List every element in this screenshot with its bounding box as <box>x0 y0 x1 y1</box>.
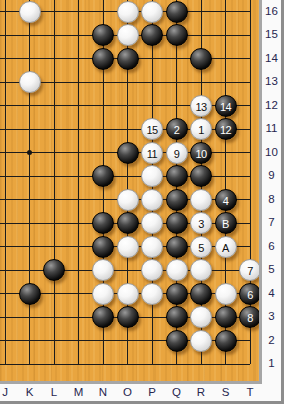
intersection-O8[interactable] <box>115 188 140 212</box>
column-label-K: K <box>17 386 42 398</box>
black-stone-N14 <box>92 48 114 70</box>
intersection-P5[interactable] <box>140 259 165 283</box>
intersection-K4[interactable] <box>17 282 42 306</box>
intersection-L16[interactable] <box>42 0 67 24</box>
intersection-Q7[interactable] <box>164 212 189 236</box>
black-stone-Q6 <box>166 236 188 258</box>
intersection-Q2[interactable] <box>164 329 189 353</box>
white-stone-O16 <box>117 1 139 23</box>
white-stone-P9 <box>141 165 163 187</box>
intersection-T16[interactable] <box>238 0 259 24</box>
intersection-Q3[interactable] <box>164 306 189 330</box>
intersection-K6[interactable] <box>17 235 42 259</box>
intersection-O9[interactable] <box>115 165 140 189</box>
black-stone-T3-move-8: 8 <box>239 306 259 328</box>
intersection-J12[interactable] <box>0 94 17 118</box>
intersection-R7[interactable]: 3 <box>189 212 214 236</box>
intersection-N9[interactable] <box>91 165 116 189</box>
black-stone-S2 <box>215 330 237 352</box>
intersection-O1[interactable] <box>115 353 140 377</box>
white-stone-R12-move-13: 13 <box>190 95 212 117</box>
intersection-T4[interactable]: 6 <box>238 282 259 306</box>
column-label-S: S <box>213 386 238 398</box>
intersection-O3[interactable] <box>115 306 140 330</box>
intersection-T14[interactable] <box>238 47 259 71</box>
intersection-N6[interactable] <box>91 235 116 259</box>
row-label-14: 14 <box>262 52 281 64</box>
black-stone-Q16 <box>166 1 188 23</box>
white-stone-R5 <box>190 259 212 281</box>
white-stone-T5-move-7: 7 <box>239 259 259 281</box>
intersection-J6[interactable] <box>0 235 17 259</box>
intersection-R6[interactable]: 5 <box>189 235 214 259</box>
white-stone-P5 <box>141 259 163 281</box>
intersection-K14[interactable] <box>17 47 42 71</box>
intersection-Q4[interactable] <box>164 282 189 306</box>
black-stone-P15 <box>141 24 163 46</box>
intersection-R15[interactable] <box>189 24 214 48</box>
intersection-R14[interactable] <box>189 47 214 71</box>
intersection-T3[interactable]: 8 <box>238 306 259 330</box>
intersection-R3[interactable] <box>189 306 214 330</box>
intersection-N7[interactable] <box>91 212 116 236</box>
intersection-S10[interactable] <box>213 141 238 165</box>
black-stone-Q3 <box>166 306 188 328</box>
intersection-R13[interactable] <box>189 71 214 95</box>
intersection-T13[interactable] <box>238 71 259 95</box>
intersection-J7[interactable] <box>0 212 17 236</box>
intersection-N4[interactable] <box>91 282 116 306</box>
intersection-M14[interactable] <box>66 47 91 71</box>
black-stone-R10-move-10: 10 <box>190 142 212 164</box>
black-stone-S3 <box>215 306 237 328</box>
intersection-K8[interactable] <box>17 188 42 212</box>
intersection-S1[interactable] <box>213 353 238 377</box>
intersection-M13[interactable] <box>66 71 91 95</box>
intersection-S5[interactable] <box>213 259 238 283</box>
intersection-J4[interactable] <box>0 282 17 306</box>
black-stone-Q8 <box>166 189 188 211</box>
intersection-K13[interactable] <box>17 71 42 95</box>
column-label-J: J <box>0 386 17 398</box>
intersection-Q5[interactable] <box>164 259 189 283</box>
intersection-M7[interactable] <box>66 212 91 236</box>
intersection-N11[interactable] <box>91 118 116 142</box>
black-stone-O14 <box>117 48 139 70</box>
intersection-K9[interactable] <box>17 165 42 189</box>
column-label-T: T <box>238 386 263 398</box>
intersection-R12[interactable]: 13 <box>189 94 214 118</box>
board-grid: 13141521121191043B5A768 <box>0 0 259 376</box>
black-stone-O10 <box>117 142 139 164</box>
intersection-K2[interactable] <box>17 329 42 353</box>
intersection-J15[interactable] <box>0 24 17 48</box>
intersection-R5[interactable] <box>189 259 214 283</box>
row-label-6: 6 <box>262 240 281 252</box>
intersection-S2[interactable] <box>213 329 238 353</box>
intersection-J14[interactable] <box>0 47 17 71</box>
intersection-M2[interactable] <box>66 329 91 353</box>
intersection-Q10[interactable]: 9 <box>164 141 189 165</box>
white-stone-K13 <box>19 71 41 93</box>
column-label-M: M <box>66 386 91 398</box>
white-stone-N5 <box>92 259 114 281</box>
intersection-M9[interactable] <box>66 165 91 189</box>
intersection-T9[interactable] <box>238 165 259 189</box>
intersection-S8[interactable]: 4 <box>213 188 238 212</box>
intersection-L8[interactable] <box>42 188 67 212</box>
intersection-O15[interactable] <box>115 24 140 48</box>
intersection-N13[interactable] <box>91 71 116 95</box>
white-stone-R6-move-5: 5 <box>190 236 212 258</box>
intersection-P10[interactable]: 11 <box>140 141 165 165</box>
intersection-Q16[interactable] <box>164 0 189 24</box>
row-coordinate-labels: 16151413121110987654321 <box>262 0 281 404</box>
intersection-J13[interactable] <box>0 71 17 95</box>
intersection-S3[interactable] <box>213 306 238 330</box>
intersection-J8[interactable] <box>0 188 17 212</box>
column-label-P: P <box>140 386 165 398</box>
white-stone-O4 <box>117 283 139 305</box>
row-label-2: 2 <box>262 334 281 346</box>
column-coordinate-labels: JKLMNOPQRST <box>0 384 284 401</box>
intersection-R9[interactable] <box>189 165 214 189</box>
white-stone-S6-move-A: A <box>215 236 237 258</box>
intersection-M8[interactable] <box>66 188 91 212</box>
black-stone-N7 <box>92 212 114 234</box>
intersection-T12[interactable] <box>238 94 259 118</box>
row-label-5: 5 <box>262 263 281 275</box>
intersection-S4[interactable] <box>213 282 238 306</box>
black-stone-S12-move-14: 14 <box>215 95 237 117</box>
white-stone-K16 <box>19 1 41 23</box>
intersection-M12[interactable] <box>66 94 91 118</box>
intersection-L9[interactable] <box>42 165 67 189</box>
black-stone-T4-move-6: 6 <box>239 283 259 305</box>
white-stone-O6 <box>117 236 139 258</box>
row-label-15: 15 <box>262 28 281 40</box>
intersection-N3[interactable] <box>91 306 116 330</box>
intersection-S6[interactable]: A <box>213 235 238 259</box>
intersection-Q15[interactable] <box>164 24 189 48</box>
intersection-O6[interactable] <box>115 235 140 259</box>
row-label-9: 9 <box>262 169 281 181</box>
white-stone-P4 <box>141 283 163 305</box>
intersection-O7[interactable] <box>115 212 140 236</box>
row-label-7: 7 <box>262 216 281 228</box>
go-diagram-page: 13141521121191043B5A768 1615141312111098… <box>0 0 284 404</box>
intersection-P8[interactable] <box>140 188 165 212</box>
white-stone-P16 <box>141 1 163 23</box>
intersection-P12[interactable] <box>140 94 165 118</box>
row-label-10: 10 <box>262 146 281 158</box>
intersection-L6[interactable] <box>42 235 67 259</box>
intersection-J16[interactable] <box>0 0 17 24</box>
intersection-P9[interactable] <box>140 165 165 189</box>
black-stone-Q9 <box>166 165 188 187</box>
intersection-K16[interactable] <box>17 0 42 24</box>
intersection-Q6[interactable] <box>164 235 189 259</box>
black-stone-R4 <box>190 283 212 305</box>
intersection-P16[interactable] <box>140 0 165 24</box>
column-label-R: R <box>189 386 214 398</box>
column-label-Q: Q <box>164 386 189 398</box>
column-label-O: O <box>115 386 140 398</box>
intersection-S12[interactable]: 14 <box>213 94 238 118</box>
intersection-S9[interactable] <box>213 165 238 189</box>
intersection-L14[interactable] <box>42 47 67 71</box>
intersection-P3[interactable] <box>140 306 165 330</box>
intersection-J9[interactable] <box>0 165 17 189</box>
intersection-L15[interactable] <box>42 24 67 48</box>
intersection-J10[interactable] <box>0 141 17 165</box>
go-board: 13141521121191043B5A768 <box>0 0 259 381</box>
intersection-Q1[interactable] <box>164 353 189 377</box>
black-stone-O7 <box>117 212 139 234</box>
intersection-N12[interactable] <box>91 94 116 118</box>
row-label-12: 12 <box>262 99 281 111</box>
intersection-O5[interactable] <box>115 259 140 283</box>
row-label-8: 8 <box>262 193 281 205</box>
intersection-M1[interactable] <box>66 353 91 377</box>
column-label-N: N <box>91 386 116 398</box>
intersection-N14[interactable] <box>91 47 116 71</box>
intersection-L2[interactable] <box>42 329 67 353</box>
intersection-O2[interactable] <box>115 329 140 353</box>
intersection-L11[interactable] <box>42 118 67 142</box>
star-point-K10 <box>27 150 32 155</box>
black-stone-S7-move-B: B <box>215 212 237 234</box>
intersection-N10[interactable] <box>91 141 116 165</box>
intersection-T8[interactable] <box>238 188 259 212</box>
white-stone-P10-move-11: 11 <box>141 142 163 164</box>
black-stone-R14 <box>190 48 212 70</box>
intersection-J11[interactable] <box>0 118 17 142</box>
intersection-Q14[interactable] <box>164 47 189 71</box>
intersection-J1[interactable] <box>0 353 17 377</box>
intersection-L13[interactable] <box>42 71 67 95</box>
intersection-R1[interactable] <box>189 353 214 377</box>
white-stone-O15 <box>117 24 139 46</box>
intersection-K12[interactable] <box>17 94 42 118</box>
intersection-M5[interactable] <box>66 259 91 283</box>
black-stone-L5 <box>43 259 65 281</box>
intersection-O13[interactable] <box>115 71 140 95</box>
intersection-N1[interactable] <box>91 353 116 377</box>
intersection-Q8[interactable] <box>164 188 189 212</box>
white-stone-P11-move-15: 15 <box>141 118 163 140</box>
intersection-L7[interactable] <box>42 212 67 236</box>
intersection-M16[interactable] <box>66 0 91 24</box>
black-stone-N15 <box>92 24 114 46</box>
intersection-J2[interactable] <box>0 329 17 353</box>
intersection-O10[interactable] <box>115 141 140 165</box>
intersection-M6[interactable] <box>66 235 91 259</box>
row-label-3: 3 <box>262 310 281 322</box>
intersection-T1[interactable] <box>238 353 259 377</box>
white-stone-P7 <box>141 212 163 234</box>
intersection-R4[interactable] <box>189 282 214 306</box>
black-stone-Q15 <box>166 24 188 46</box>
intersection-L5[interactable] <box>42 259 67 283</box>
intersection-J3[interactable] <box>0 306 17 330</box>
intersection-K11[interactable] <box>17 118 42 142</box>
intersection-T7[interactable] <box>238 212 259 236</box>
white-stone-N4 <box>92 283 114 305</box>
black-stone-N9 <box>92 165 114 187</box>
intersection-S14[interactable] <box>213 47 238 71</box>
black-stone-R9 <box>190 165 212 187</box>
black-stone-Q2 <box>166 330 188 352</box>
intersection-T5[interactable]: 7 <box>238 259 259 283</box>
intersection-R8[interactable] <box>189 188 214 212</box>
intersection-R16[interactable] <box>189 0 214 24</box>
white-stone-R8 <box>190 189 212 211</box>
intersection-T15[interactable] <box>238 24 259 48</box>
intersection-O11[interactable] <box>115 118 140 142</box>
intersection-S13[interactable] <box>213 71 238 95</box>
intersection-Q12[interactable] <box>164 94 189 118</box>
intersection-M11[interactable] <box>66 118 91 142</box>
intersection-P15[interactable] <box>140 24 165 48</box>
intersection-L10[interactable] <box>42 141 67 165</box>
intersection-K10[interactable] <box>17 141 42 165</box>
intersection-N2[interactable] <box>91 329 116 353</box>
white-stone-Q10-move-9: 9 <box>166 142 188 164</box>
intersection-T11[interactable] <box>238 118 259 142</box>
intersection-Q9[interactable] <box>164 165 189 189</box>
intersection-N16[interactable] <box>91 0 116 24</box>
intersection-P11[interactable]: 15 <box>140 118 165 142</box>
intersection-T10[interactable] <box>238 141 259 165</box>
column-label-L: L <box>42 386 67 398</box>
row-label-4: 4 <box>262 287 281 299</box>
intersection-M10[interactable] <box>66 141 91 165</box>
intersection-P14[interactable] <box>140 47 165 71</box>
intersection-P2[interactable] <box>140 329 165 353</box>
row-label-16: 16 <box>262 5 281 17</box>
intersection-O12[interactable] <box>115 94 140 118</box>
intersection-O14[interactable] <box>115 47 140 71</box>
intersection-S7[interactable]: B <box>213 212 238 236</box>
intersection-P13[interactable] <box>140 71 165 95</box>
black-stone-S11-move-12: 12 <box>215 118 237 140</box>
white-stone-S4 <box>215 283 237 305</box>
white-stone-R2 <box>190 330 212 352</box>
intersection-S16[interactable] <box>213 0 238 24</box>
intersection-P7[interactable] <box>140 212 165 236</box>
white-stone-R3 <box>190 306 212 328</box>
white-stone-R7-move-3: 3 <box>190 212 212 234</box>
intersection-R2[interactable] <box>189 329 214 353</box>
intersection-R11[interactable]: 1 <box>189 118 214 142</box>
intersection-M4[interactable] <box>66 282 91 306</box>
intersection-K5[interactable] <box>17 259 42 283</box>
intersection-L3[interactable] <box>42 306 67 330</box>
black-stone-Q7 <box>166 212 188 234</box>
white-stone-O8 <box>117 189 139 211</box>
intersection-M15[interactable] <box>66 24 91 48</box>
row-label-11: 11 <box>262 122 281 134</box>
black-stone-N3 <box>92 306 114 328</box>
intersection-R10[interactable]: 10 <box>189 141 214 165</box>
intersection-L4[interactable] <box>42 282 67 306</box>
intersection-M3[interactable] <box>66 306 91 330</box>
intersection-J5[interactable] <box>0 259 17 283</box>
intersection-O4[interactable] <box>115 282 140 306</box>
intersection-N15[interactable] <box>91 24 116 48</box>
black-stone-O3 <box>117 306 139 328</box>
intersection-T6[interactable] <box>238 235 259 259</box>
row-label-13: 13 <box>262 75 281 87</box>
black-stone-S8-move-4: 4 <box>215 189 237 211</box>
black-stone-Q4 <box>166 283 188 305</box>
white-stone-P8 <box>141 189 163 211</box>
white-stone-P6 <box>141 236 163 258</box>
intersection-Q13[interactable] <box>164 71 189 95</box>
intersection-S11[interactable]: 12 <box>213 118 238 142</box>
intersection-K3[interactable] <box>17 306 42 330</box>
black-stone-Q11-move-2: 2 <box>166 118 188 140</box>
white-stone-Q5 <box>166 259 188 281</box>
black-stone-N6 <box>92 236 114 258</box>
intersection-P6[interactable] <box>140 235 165 259</box>
intersection-P4[interactable] <box>140 282 165 306</box>
white-stone-R11-move-1: 1 <box>190 118 212 140</box>
intersection-L12[interactable] <box>42 94 67 118</box>
intersection-S15[interactable] <box>213 24 238 48</box>
outer-border-right <box>281 0 284 404</box>
intersection-K7[interactable] <box>17 212 42 236</box>
intersection-K15[interactable] <box>17 24 42 48</box>
row-label-1: 1 <box>262 357 281 369</box>
intersection-L1[interactable] <box>42 353 67 377</box>
intersection-N5[interactable] <box>91 259 116 283</box>
intersection-K1[interactable] <box>17 353 42 377</box>
intersection-T2[interactable] <box>238 329 259 353</box>
black-stone-K4 <box>19 283 41 305</box>
intersection-O16[interactable] <box>115 0 140 24</box>
intersection-Q11[interactable]: 2 <box>164 118 189 142</box>
intersection-P1[interactable] <box>140 353 165 377</box>
intersection-N8[interactable] <box>91 188 116 212</box>
